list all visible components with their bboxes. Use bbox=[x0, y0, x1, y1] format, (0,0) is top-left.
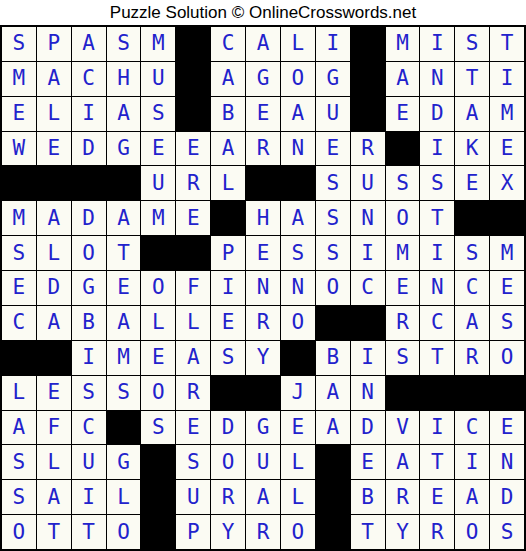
letter-cell-r2c1: M bbox=[2, 62, 36, 96]
letter-cell-r4c5: E bbox=[141, 132, 175, 166]
letter-cell-r8c8: N bbox=[246, 271, 280, 305]
letter-cell-r3c3: I bbox=[72, 97, 106, 131]
black-cell-r3c6 bbox=[176, 97, 210, 131]
black-cell-r3c11 bbox=[351, 97, 385, 131]
letter-cell-r2c13: N bbox=[420, 62, 454, 96]
letter-cell-r8c5: O bbox=[141, 271, 175, 305]
letter-cell-r1c1: S bbox=[2, 27, 36, 61]
letter-cell-r4c1: W bbox=[2, 132, 36, 166]
letter-cell-r14c11: B bbox=[351, 480, 385, 514]
black-cell-r11c13 bbox=[420, 376, 454, 410]
letter-cell-r13c8: U bbox=[246, 445, 280, 479]
black-cell-r6c7 bbox=[211, 201, 245, 235]
letter-cell-r11c5: O bbox=[141, 376, 175, 410]
letter-cell-r4c11: R bbox=[351, 132, 385, 166]
letter-cell-r12c7: D bbox=[211, 411, 245, 445]
letter-cell-r3c5: S bbox=[141, 97, 175, 131]
letter-cell-r1c2: P bbox=[37, 27, 71, 61]
letter-cell-r15c6: P bbox=[176, 515, 210, 549]
letter-cell-r15c7: Y bbox=[211, 515, 245, 549]
letter-cell-r10c10: B bbox=[316, 341, 350, 375]
letter-cell-r2c2: A bbox=[37, 62, 71, 96]
letter-cell-r13c4: G bbox=[107, 445, 141, 479]
letter-cell-r7c12: M bbox=[386, 236, 420, 270]
letter-cell-r3c7: B bbox=[211, 97, 245, 131]
letter-cell-r3c8: E bbox=[246, 97, 280, 131]
letter-cell-r9c15: S bbox=[490, 306, 524, 340]
letter-cell-r6c3: D bbox=[72, 201, 106, 235]
letter-cell-r13c13: T bbox=[420, 445, 454, 479]
black-cell-r12c4 bbox=[107, 411, 141, 445]
letter-cell-r7c4: T bbox=[107, 236, 141, 270]
letter-cell-r12c3: C bbox=[72, 411, 106, 445]
letter-cell-r2c14: T bbox=[455, 62, 489, 96]
letter-cell-r7c10: S bbox=[316, 236, 350, 270]
letter-cell-r14c8: A bbox=[246, 480, 280, 514]
letter-cell-r3c2: L bbox=[37, 97, 71, 131]
black-cell-r10c1 bbox=[2, 341, 36, 375]
letter-cell-r5c10: S bbox=[316, 166, 350, 200]
letter-cell-r8c2: D bbox=[37, 271, 71, 305]
letter-cell-r11c3: S bbox=[72, 376, 106, 410]
letter-cell-r8c15: E bbox=[490, 271, 524, 305]
letter-cell-r15c15: S bbox=[490, 515, 524, 549]
letter-cell-r5c11: U bbox=[351, 166, 385, 200]
letter-cell-r7c11: I bbox=[351, 236, 385, 270]
letter-cell-r6c8: H bbox=[246, 201, 280, 235]
letter-cell-r9c3: B bbox=[72, 306, 106, 340]
letter-cell-r9c1: C bbox=[2, 306, 36, 340]
letter-cell-r9c7: E bbox=[211, 306, 245, 340]
letter-cell-r10c7: S bbox=[211, 341, 245, 375]
letter-cell-r6c12: O bbox=[386, 201, 420, 235]
letter-cell-r13c2: L bbox=[37, 445, 71, 479]
black-cell-r9c11 bbox=[351, 306, 385, 340]
letter-cell-r8c4: E bbox=[107, 271, 141, 305]
letter-cell-r5c7: L bbox=[211, 166, 245, 200]
letter-cell-r14c14: A bbox=[455, 480, 489, 514]
letter-cell-r15c4: O bbox=[107, 515, 141, 549]
letter-cell-r11c10: A bbox=[316, 376, 350, 410]
black-cell-r6c15 bbox=[490, 201, 524, 235]
black-cell-r11c15 bbox=[490, 376, 524, 410]
letter-cell-r10c8: Y bbox=[246, 341, 280, 375]
letter-cell-r12c15: E bbox=[490, 411, 524, 445]
letter-cell-r13c15: N bbox=[490, 445, 524, 479]
letter-cell-r5c14: E bbox=[455, 166, 489, 200]
letter-cell-r8c13: N bbox=[420, 271, 454, 305]
letter-cell-r1c4: S bbox=[107, 27, 141, 61]
black-cell-r13c5 bbox=[141, 445, 175, 479]
letter-cell-r7c9: S bbox=[281, 236, 315, 270]
letter-cell-r7c13: I bbox=[420, 236, 454, 270]
letter-cell-r15c2: T bbox=[37, 515, 71, 549]
letter-cell-r10c6: A bbox=[176, 341, 210, 375]
letter-cell-r15c11: T bbox=[351, 515, 385, 549]
letter-cell-r14c3: I bbox=[72, 480, 106, 514]
letter-cell-r4c3: D bbox=[72, 132, 106, 166]
letter-cell-r4c13: I bbox=[420, 132, 454, 166]
letter-cell-r11c1: L bbox=[2, 376, 36, 410]
letter-cell-r13c12: A bbox=[386, 445, 420, 479]
letter-cell-r2c15: I bbox=[490, 62, 524, 96]
letter-cell-r4c7: A bbox=[211, 132, 245, 166]
letter-cell-r3c15: M bbox=[490, 97, 524, 131]
letter-cell-r13c7: O bbox=[211, 445, 245, 479]
letter-cell-r9c13: C bbox=[420, 306, 454, 340]
black-cell-r5c2 bbox=[37, 166, 71, 200]
letter-cell-r13c3: U bbox=[72, 445, 106, 479]
letter-cell-r10c15: O bbox=[490, 341, 524, 375]
letter-cell-r2c5: U bbox=[141, 62, 175, 96]
letter-cell-r3c1: E bbox=[2, 97, 36, 131]
letter-cell-r15c14: O bbox=[455, 515, 489, 549]
letter-cell-r11c2: E bbox=[37, 376, 71, 410]
letter-cell-r3c10: U bbox=[316, 97, 350, 131]
black-cell-r11c7 bbox=[211, 376, 245, 410]
letter-cell-r4c8: R bbox=[246, 132, 280, 166]
letter-cell-r11c11: N bbox=[351, 376, 385, 410]
letter-cell-r6c13: T bbox=[420, 201, 454, 235]
letter-cell-r9c12: R bbox=[386, 306, 420, 340]
letter-cell-r9c14: A bbox=[455, 306, 489, 340]
black-cell-r15c5 bbox=[141, 515, 175, 549]
black-cell-r5c4 bbox=[107, 166, 141, 200]
letter-cell-r1c13: I bbox=[420, 27, 454, 61]
page-title: Puzzle Solution © OnlineCrosswords.net bbox=[0, 0, 526, 25]
letter-cell-r4c2: E bbox=[37, 132, 71, 166]
letter-cell-r12c1: A bbox=[2, 411, 36, 445]
black-cell-r1c6 bbox=[176, 27, 210, 61]
letter-cell-r6c11: N bbox=[351, 201, 385, 235]
letter-cell-r12c2: F bbox=[37, 411, 71, 445]
black-cell-r5c9 bbox=[281, 166, 315, 200]
letter-cell-r15c9: O bbox=[281, 515, 315, 549]
letter-cell-r11c6: R bbox=[176, 376, 210, 410]
black-cell-r5c3 bbox=[72, 166, 106, 200]
letter-cell-r15c13: R bbox=[420, 515, 454, 549]
letter-cell-r2c4: H bbox=[107, 62, 141, 96]
page: Puzzle Solution © OnlineCrosswords.net S… bbox=[0, 0, 526, 551]
letter-cell-r13c6: S bbox=[176, 445, 210, 479]
letter-cell-r1c3: A bbox=[72, 27, 106, 61]
letter-cell-r2c9: O bbox=[281, 62, 315, 96]
letter-cell-r10c12: S bbox=[386, 341, 420, 375]
letter-cell-r15c12: Y bbox=[386, 515, 420, 549]
letter-cell-r7c8: E bbox=[246, 236, 280, 270]
letter-cell-r4c9: N bbox=[281, 132, 315, 166]
black-cell-r11c8 bbox=[246, 376, 280, 410]
letter-cell-r6c6: E bbox=[176, 201, 210, 235]
letter-cell-r1c8: A bbox=[246, 27, 280, 61]
black-cell-r15c10 bbox=[316, 515, 350, 549]
letter-cell-r4c14: K bbox=[455, 132, 489, 166]
letter-cell-r3c12: E bbox=[386, 97, 420, 131]
letter-cell-r9c6: L bbox=[176, 306, 210, 340]
letter-cell-r6c9: A bbox=[281, 201, 315, 235]
letter-cell-r4c15: E bbox=[490, 132, 524, 166]
letter-cell-r13c14: I bbox=[455, 445, 489, 479]
letter-cell-r3c9: A bbox=[281, 97, 315, 131]
letter-cell-r6c10: S bbox=[316, 201, 350, 235]
letter-cell-r1c10: I bbox=[316, 27, 350, 61]
letter-cell-r5c6: R bbox=[176, 166, 210, 200]
letter-cell-r10c5: E bbox=[141, 341, 175, 375]
letter-cell-r8c10: O bbox=[316, 271, 350, 305]
letter-cell-r10c14: R bbox=[455, 341, 489, 375]
black-cell-r13c10 bbox=[316, 445, 350, 479]
letter-cell-r7c14: S bbox=[455, 236, 489, 270]
letter-cell-r14c2: A bbox=[37, 480, 71, 514]
letter-cell-r10c11: I bbox=[351, 341, 385, 375]
crossword-grid: SPASMCALIMISTMACHUAGOGANTIELIASBEAUEDAMW… bbox=[0, 25, 526, 551]
letter-cell-r2c8: G bbox=[246, 62, 280, 96]
letter-cell-r6c5: M bbox=[141, 201, 175, 235]
letter-cell-r14c15: D bbox=[490, 480, 524, 514]
black-cell-r4c12 bbox=[386, 132, 420, 166]
letter-cell-r1c14: S bbox=[455, 27, 489, 61]
black-cell-r7c6 bbox=[176, 236, 210, 270]
letter-cell-r1c7: C bbox=[211, 27, 245, 61]
letter-cell-r8c9: N bbox=[281, 271, 315, 305]
black-cell-r11c14 bbox=[455, 376, 489, 410]
black-cell-r1c11 bbox=[351, 27, 385, 61]
letter-cell-r12c8: G bbox=[246, 411, 280, 445]
black-cell-r5c1 bbox=[2, 166, 36, 200]
letter-cell-r10c3: I bbox=[72, 341, 106, 375]
letter-cell-r3c14: A bbox=[455, 97, 489, 131]
letter-cell-r7c15: M bbox=[490, 236, 524, 270]
letter-cell-r3c13: D bbox=[420, 97, 454, 131]
letter-cell-r1c9: L bbox=[281, 27, 315, 61]
letter-cell-r7c7: P bbox=[211, 236, 245, 270]
letter-cell-r10c13: T bbox=[420, 341, 454, 375]
letter-cell-r4c4: G bbox=[107, 132, 141, 166]
letter-cell-r11c9: J bbox=[281, 376, 315, 410]
letter-cell-r12c6: E bbox=[176, 411, 210, 445]
letter-cell-r1c5: M bbox=[141, 27, 175, 61]
letter-cell-r13c1: S bbox=[2, 445, 36, 479]
letter-cell-r8c11: C bbox=[351, 271, 385, 305]
letter-cell-r12c10: A bbox=[316, 411, 350, 445]
letter-cell-r8c14: C bbox=[455, 271, 489, 305]
letter-cell-r2c10: G bbox=[316, 62, 350, 96]
letter-cell-r8c12: E bbox=[386, 271, 420, 305]
letter-cell-r14c4: L bbox=[107, 480, 141, 514]
letter-cell-r6c2: A bbox=[37, 201, 71, 235]
letter-cell-r15c8: R bbox=[246, 515, 280, 549]
letter-cell-r9c9: O bbox=[281, 306, 315, 340]
letter-cell-r14c6: U bbox=[176, 480, 210, 514]
letter-cell-r14c1: S bbox=[2, 480, 36, 514]
letter-cell-r14c12: R bbox=[386, 480, 420, 514]
black-cell-r5c8 bbox=[246, 166, 280, 200]
black-cell-r6c14 bbox=[455, 201, 489, 235]
letter-cell-r4c10: E bbox=[316, 132, 350, 166]
letter-cell-r14c13: E bbox=[420, 480, 454, 514]
letter-cell-r13c11: E bbox=[351, 445, 385, 479]
letter-cell-r8c6: F bbox=[176, 271, 210, 305]
black-cell-r9c10 bbox=[316, 306, 350, 340]
black-cell-r2c11 bbox=[351, 62, 385, 96]
letter-cell-r7c1: S bbox=[2, 236, 36, 270]
letter-cell-r14c7: R bbox=[211, 480, 245, 514]
letter-cell-r15c1: O bbox=[2, 515, 36, 549]
letter-cell-r9c4: A bbox=[107, 306, 141, 340]
letter-cell-r14c9: L bbox=[281, 480, 315, 514]
letter-cell-r3c4: A bbox=[107, 97, 141, 131]
letter-cell-r8c3: G bbox=[72, 271, 106, 305]
letter-cell-r5c15: X bbox=[490, 166, 524, 200]
letter-cell-r4c6: E bbox=[176, 132, 210, 166]
letter-cell-r12c9: E bbox=[281, 411, 315, 445]
letter-cell-r8c1: E bbox=[2, 271, 36, 305]
letter-cell-r2c3: C bbox=[72, 62, 106, 96]
letter-cell-r2c12: A bbox=[386, 62, 420, 96]
black-cell-r14c10 bbox=[316, 480, 350, 514]
letter-cell-r2c7: A bbox=[211, 62, 245, 96]
letter-cell-r13c9: L bbox=[281, 445, 315, 479]
letter-cell-r10c4: M bbox=[107, 341, 141, 375]
letter-cell-r12c11: D bbox=[351, 411, 385, 445]
letter-cell-r7c2: L bbox=[37, 236, 71, 270]
letter-cell-r15c3: T bbox=[72, 515, 106, 549]
letter-cell-r5c5: U bbox=[141, 166, 175, 200]
letter-cell-r9c5: L bbox=[141, 306, 175, 340]
letter-cell-r5c13: S bbox=[420, 166, 454, 200]
letter-cell-r1c12: M bbox=[386, 27, 420, 61]
black-cell-r2c6 bbox=[176, 62, 210, 96]
letter-cell-r11c4: S bbox=[107, 376, 141, 410]
letter-cell-r12c5: S bbox=[141, 411, 175, 445]
letter-cell-r5c12: S bbox=[386, 166, 420, 200]
letter-cell-r6c1: M bbox=[2, 201, 36, 235]
letter-cell-r12c12: V bbox=[386, 411, 420, 445]
letter-cell-r6c4: A bbox=[107, 201, 141, 235]
black-cell-r7c5 bbox=[141, 236, 175, 270]
black-cell-r10c9 bbox=[281, 341, 315, 375]
letter-cell-r9c8: R bbox=[246, 306, 280, 340]
black-cell-r10c2 bbox=[37, 341, 71, 375]
letter-cell-r9c2: A bbox=[37, 306, 71, 340]
letter-cell-r8c7: I bbox=[211, 271, 245, 305]
letter-cell-r12c13: I bbox=[420, 411, 454, 445]
black-cell-r11c12 bbox=[386, 376, 420, 410]
letter-cell-r12c14: C bbox=[455, 411, 489, 445]
letter-cell-r1c15: T bbox=[490, 27, 524, 61]
black-cell-r14c5 bbox=[141, 480, 175, 514]
letter-cell-r7c3: O bbox=[72, 236, 106, 270]
